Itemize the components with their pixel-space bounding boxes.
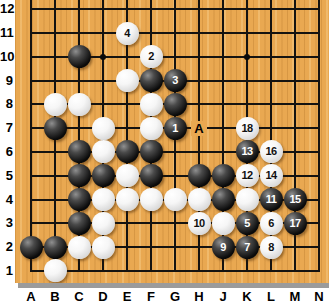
stone-black-G8[interactable] (164, 93, 187, 116)
stone-black-G7[interactable]: 1 (164, 117, 187, 140)
stone-black-J5[interactable] (212, 164, 235, 187)
stone-white-F8[interactable] (140, 93, 163, 116)
stone-white-L2[interactable]: 8 (260, 236, 283, 259)
move-number: 6 (268, 218, 274, 229)
stone-white-L6[interactable]: 16 (260, 140, 283, 163)
stone-white-G4[interactable] (164, 188, 187, 211)
col-label-N: N (307, 290, 329, 304)
stone-white-E5[interactable] (116, 164, 139, 187)
row-label-6: 6 (0, 145, 13, 159)
col-label-G: G (163, 290, 187, 304)
stone-black-F9[interactable] (140, 69, 163, 92)
move-number: 7 (244, 242, 250, 253)
go-diagram: 423118131612141115105617978A 12111098765… (0, 0, 329, 308)
stone-black-M4[interactable]: 15 (284, 188, 307, 211)
stone-black-F6[interactable] (140, 140, 163, 163)
stone-black-E6[interactable] (116, 140, 139, 163)
row-label-11: 11 (0, 26, 13, 40)
stone-white-L5[interactable]: 14 (260, 164, 283, 187)
move-number: 18 (241, 123, 252, 134)
row-label-8: 8 (0, 97, 13, 111)
row-label-10: 10 (0, 50, 13, 64)
stone-white-D7[interactable] (92, 117, 115, 140)
stone-white-H4[interactable] (188, 188, 211, 211)
stone-black-J4[interactable] (212, 188, 235, 211)
stone-white-J3[interactable] (212, 212, 235, 235)
row-label-12: 12 (0, 2, 13, 16)
stone-white-H3[interactable]: 10 (188, 212, 211, 235)
move-number: 11 (266, 194, 277, 205)
stone-black-C6[interactable] (68, 140, 91, 163)
stone-white-C8[interactable] (68, 93, 91, 116)
move-number: 10 (193, 218, 204, 229)
stone-black-J2[interactable]: 9 (212, 236, 235, 259)
stone-black-B2[interactable] (44, 236, 67, 259)
stone-black-F5[interactable] (140, 164, 163, 187)
stone-black-D5[interactable] (92, 164, 115, 187)
stones-layer: 423118131612141115105617978A (19, 0, 329, 283)
row-label-4: 4 (0, 193, 13, 207)
stone-black-A2[interactable] (20, 236, 43, 259)
col-label-J: J (211, 290, 235, 304)
stone-black-B7[interactable] (44, 117, 67, 140)
stone-black-K2[interactable]: 7 (236, 236, 259, 259)
stone-black-H5[interactable] (188, 164, 211, 187)
col-label-A: A (19, 290, 43, 304)
stone-black-C4[interactable] (68, 188, 91, 211)
stone-white-B8[interactable] (44, 93, 67, 116)
stone-black-K3[interactable]: 5 (236, 212, 259, 235)
stone-black-C5[interactable] (68, 164, 91, 187)
move-number: 17 (289, 218, 300, 229)
stone-black-K6[interactable]: 13 (236, 140, 259, 163)
stone-white-B1[interactable] (44, 259, 67, 282)
stone-white-E4[interactable] (116, 188, 139, 211)
col-label-M: M (283, 290, 307, 304)
move-number: 13 (241, 146, 252, 157)
board-shadow (18, 283, 329, 288)
stone-black-C10[interactable] (68, 45, 91, 68)
stone-white-K5[interactable]: 12 (236, 164, 259, 187)
stone-black-M3[interactable]: 17 (284, 212, 307, 235)
row-label-2: 2 (0, 240, 13, 254)
move-number: 8 (268, 242, 274, 253)
point-label-A: A (191, 121, 207, 136)
stone-white-C2[interactable] (68, 236, 91, 259)
stone-white-K4[interactable] (236, 188, 259, 211)
move-number: 4 (124, 28, 130, 39)
col-label-F: F (139, 290, 163, 304)
col-label-H: H (187, 290, 211, 304)
move-number: 14 (265, 170, 276, 181)
row-label-7: 7 (0, 121, 13, 135)
row-label-1: 1 (0, 264, 13, 278)
stone-white-E11[interactable]: 4 (116, 22, 139, 45)
col-label-B: B (43, 290, 67, 304)
col-label-K: K (235, 290, 259, 304)
stone-white-E9[interactable] (116, 69, 139, 92)
row-label-5: 5 (0, 169, 13, 183)
col-label-C: C (67, 290, 91, 304)
col-label-L: L (259, 290, 283, 304)
stone-white-D2[interactable] (92, 236, 115, 259)
stone-black-L4[interactable]: 11 (260, 188, 283, 211)
move-number: 2 (148, 51, 154, 62)
stone-white-D3[interactable] (92, 212, 115, 235)
move-number: 1 (172, 123, 178, 134)
move-number: 16 (265, 146, 276, 157)
stone-white-F10[interactable]: 2 (140, 45, 163, 68)
stone-white-D4[interactable] (92, 188, 115, 211)
row-label-9: 9 (0, 74, 13, 88)
stone-black-G9[interactable]: 3 (164, 69, 187, 92)
stone-white-F4[interactable] (140, 188, 163, 211)
move-number: 3 (172, 75, 178, 86)
col-label-D: D (91, 290, 115, 304)
move-number: 15 (289, 194, 300, 205)
stone-black-C3[interactable] (68, 212, 91, 235)
stone-white-D6[interactable] (92, 140, 115, 163)
col-label-E: E (115, 290, 139, 304)
row-label-3: 3 (0, 216, 13, 230)
move-number: 12 (241, 170, 252, 181)
stone-white-K7[interactable]: 18 (236, 117, 259, 140)
move-number: 5 (244, 218, 250, 229)
stone-white-F7[interactable] (140, 117, 163, 140)
stone-white-L3[interactable]: 6 (260, 212, 283, 235)
move-number: 9 (220, 242, 226, 253)
